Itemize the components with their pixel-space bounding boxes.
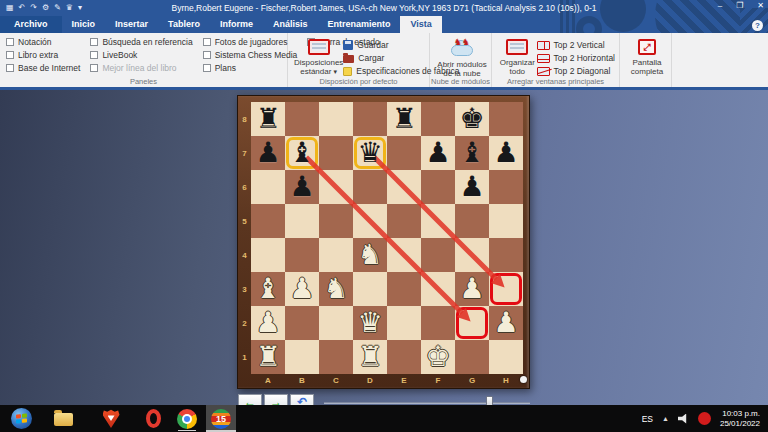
fullscreen-icon: ⤢: [638, 39, 656, 55]
checkbox-icon[interactable]: [6, 38, 14, 46]
save-icon[interactable]: ▦: [6, 3, 14, 13]
square-g1[interactable]: [455, 340, 489, 374]
black-pawn-f7[interactable]: ♟: [421, 136, 455, 170]
square-f7[interactable]: ♟: [421, 136, 455, 170]
square-f8[interactable]: [421, 102, 455, 136]
checkbox-label: Libro extra: [18, 50, 58, 60]
checkbox-label: Plans: [215, 63, 236, 73]
start-button[interactable]: [6, 405, 36, 432]
white-king-f1[interactable]: ♚: [421, 340, 455, 374]
square-e1[interactable]: [387, 340, 421, 374]
tab-informe[interactable]: Informe: [210, 16, 263, 33]
square-d2[interactable]: ♛: [353, 306, 387, 340]
group-label-paneles: Paneles: [0, 77, 287, 86]
file-label-C: C: [319, 376, 353, 385]
button-label: Top 2 Vertical: [554, 40, 605, 50]
highlight-h3: [490, 273, 522, 305]
abrir-modulos-nube-button[interactable]: ♞♞ Abrir módulos de la nube: [436, 37, 488, 78]
square-a3[interactable]: ♝: [251, 272, 285, 306]
square-h7[interactable]: ♟: [489, 136, 523, 170]
group-label-nube: Nube de módulos: [430, 77, 491, 86]
black-bishop-g7[interactable]: ♝: [455, 136, 489, 170]
square-c5[interactable]: [319, 204, 353, 238]
square-d3[interactable]: [353, 272, 387, 306]
square-c7[interactable]: [319, 136, 353, 170]
square-a4[interactable]: [251, 238, 285, 272]
checkbox-fotos-jugadores[interactable]: Fotos de jugadores: [203, 37, 298, 47]
chrome-button[interactable]: [172, 405, 202, 432]
square-c2[interactable]: [319, 306, 353, 340]
square-f4[interactable]: [421, 238, 455, 272]
square-g5[interactable]: [455, 204, 489, 238]
clock[interactable]: 10:03 p.m. 25/01/2022: [720, 409, 760, 429]
group-ventanas: Organizar todo Top 2 Vertical Top 2 Hori…: [492, 33, 620, 87]
file-label-B: B: [285, 376, 319, 385]
white-knight-d4[interactable]: ♞: [353, 238, 387, 272]
group-nube: ♞♞ Abrir módulos de la nube Nube de módu…: [430, 33, 492, 87]
rank-label-7: 7: [238, 149, 251, 158]
square-b8[interactable]: [285, 102, 319, 136]
system-tray: ES ▲ 10:03 p.m. 25/01/2022: [642, 405, 768, 432]
cloud-icon: ♞♞: [447, 39, 477, 57]
checkbox-libro-extra[interactable]: Libro extra: [6, 50, 80, 60]
square-g4[interactable]: [455, 238, 489, 272]
square-e6[interactable]: [387, 170, 421, 204]
square-b5[interactable]: [285, 204, 319, 238]
chess-board: 87654321 ABCDEFGH ♜♜♚♟♝♛♟♝♟♟♟♞♝♟♞♟♟♛♟♜♜♚: [237, 95, 530, 389]
black-pawn-a7[interactable]: ♟: [251, 136, 285, 170]
folder-icon: [54, 413, 73, 426]
square-c6[interactable]: [319, 170, 353, 204]
square-h3[interactable]: [489, 272, 523, 306]
board-panel: 87654321 ABCDEFGH ♜♜♚♟♝♛♟♝♟♟♟♞♝♟♞♟♟♛♟♜♜♚…: [0, 90, 768, 405]
qat-dropdown-icon[interactable]: ▾: [78, 3, 82, 13]
minimize-button[interactable]: –: [718, 1, 722, 10]
square-g8[interactable]: ♚: [455, 102, 489, 136]
checkbox-icon[interactable]: [6, 64, 14, 72]
title-bar: ▦ ↶ ↷ ⚙ ✎ ♛ ▾ Byrne,Robert Eugene - Fisc…: [0, 0, 768, 16]
file-label-G: G: [455, 376, 489, 385]
rank-label-4: 4: [238, 251, 251, 260]
square-h2[interactable]: ♟: [489, 306, 523, 340]
group-label-disposicion: Disposición por defecto: [288, 77, 429, 86]
square-c8[interactable]: [319, 102, 353, 136]
square-f2[interactable]: [421, 306, 455, 340]
tab-archivo[interactable]: Archivo: [0, 16, 62, 33]
organizar-todo-button[interactable]: Organizar todo: [498, 37, 537, 76]
time: 10:03 p.m.: [720, 409, 760, 419]
square-a5[interactable]: [251, 204, 285, 238]
white-pawn-a2[interactable]: ♟: [251, 306, 285, 340]
black-queen-d7[interactable]: ♛: [353, 136, 387, 170]
group-pantalla: ⤢ Pantalla completa: [620, 33, 672, 87]
window-title: Byrne,Robert Eugene - Fischer,Robert Jam…: [0, 3, 768, 13]
board-grid: ♜♜♚♟♝♛♟♝♟♟♟♞♝♟♞♟♟♛♟♜♜♚: [251, 102, 523, 374]
square-f3[interactable]: [421, 272, 455, 306]
tab-analisis[interactable]: Análisis: [263, 16, 318, 33]
ribbon-tabs: Archivo Inicio Insertar Tablero Informe …: [0, 16, 442, 33]
square-b2[interactable]: [285, 306, 319, 340]
square-h4[interactable]: [489, 238, 523, 272]
brave-icon: [103, 409, 120, 428]
square-e2[interactable]: [387, 306, 421, 340]
square-d8[interactable]: [353, 102, 387, 136]
black-bishop-b7[interactable]: ♝: [285, 136, 319, 170]
layout-icon: [308, 39, 330, 55]
square-b6[interactable]: ♟: [285, 170, 319, 204]
help-icon[interactable]: ?: [752, 20, 763, 31]
white-bishop-a3[interactable]: ♝: [251, 272, 285, 306]
button-label: Top 2 Horizontal: [554, 53, 615, 63]
button-label: Pantalla completa: [626, 58, 668, 76]
tab-tablero[interactable]: Tablero: [158, 16, 210, 33]
checkbox-chess-media[interactable]: Sistema Chess Media: [203, 50, 298, 60]
ribbon-spacer: [672, 33, 768, 87]
tab-entrenamiento[interactable]: Entrenamiento: [317, 16, 400, 33]
rank-label-8: 8: [238, 115, 251, 124]
close-button[interactable]: ✕: [757, 1, 764, 10]
white-to-move-indicator: [520, 376, 527, 383]
language-indicator[interactable]: ES: [642, 414, 653, 424]
square-e3[interactable]: [387, 272, 421, 306]
square-c3[interactable]: ♞: [319, 272, 353, 306]
square-a2[interactable]: ♟: [251, 306, 285, 340]
square-e7[interactable]: [387, 136, 421, 170]
file-explorer-button[interactable]: [48, 405, 78, 432]
square-b3[interactable]: ♟: [285, 272, 319, 306]
highlight-g2: [456, 307, 488, 339]
decorative-ring: [576, 16, 602, 33]
top2-vertical-button[interactable]: Top 2 Vertical: [537, 40, 615, 50]
black-king-g8[interactable]: ♚: [455, 102, 489, 136]
button-label: Cargar: [358, 53, 384, 63]
checkbox-label: Sistema Chess Media: [215, 50, 298, 60]
square-g7[interactable]: ♝: [455, 136, 489, 170]
windows-logo-icon: [11, 408, 32, 429]
white-rook-a1[interactable]: ♜: [251, 340, 285, 374]
square-c1[interactable]: [319, 340, 353, 374]
square-b4[interactable]: [285, 238, 319, 272]
square-c4[interactable]: [319, 238, 353, 272]
square-b1[interactable]: [285, 340, 319, 374]
checkbox-label: Mejor línea del libro: [102, 63, 176, 73]
rank-label-6: 6: [238, 183, 251, 192]
button-label: Organizar todo: [498, 58, 537, 76]
volume-icon[interactable]: [678, 414, 689, 424]
checkbox-plans[interactable]: Plans: [203, 63, 298, 73]
split-horizontal-icon: [537, 54, 550, 63]
checkbox-label: Notación: [18, 37, 52, 47]
group-paneles: Notación Libro extra Base de Internet Bú…: [0, 33, 288, 87]
square-h1[interactable]: [489, 340, 523, 374]
checkbox-label: Búsqueda en referencia: [102, 37, 192, 47]
black-pawn-g6[interactable]: ♟: [455, 170, 489, 204]
checkbox-icon[interactable]: [90, 51, 98, 59]
chrome-icon: [177, 409, 197, 429]
group-label-ventanas: Arreglar ventanas principales: [492, 77, 619, 86]
checkbox-busqueda-referencia[interactable]: Búsqueda en referencia: [90, 37, 192, 47]
square-h5[interactable]: [489, 204, 523, 238]
tray-app-icon[interactable]: [698, 412, 711, 425]
black-pawn-b6[interactable]: ♟: [285, 170, 319, 204]
checkbox-mejor-linea: Mejor línea del libro: [90, 63, 192, 73]
ribbon: Notación Libro extra Base de Internet Bú…: [0, 33, 768, 90]
checkbox-label: Fotos de jugadores: [215, 37, 288, 47]
square-a6[interactable]: [251, 170, 285, 204]
square-e8[interactable]: ♜: [387, 102, 421, 136]
white-pawn-b3[interactable]: ♟: [285, 272, 319, 306]
square-g6[interactable]: ♟: [455, 170, 489, 204]
opera-icon: [146, 409, 161, 428]
folder-icon: [343, 55, 354, 63]
taskbar: 15 ES ▲ 10:03 p.m. 25/01/2022: [0, 405, 768, 432]
square-h6[interactable]: [489, 170, 523, 204]
undo-icon[interactable]: ↶: [19, 3, 26, 13]
tab-inicio[interactable]: Inicio: [62, 16, 106, 33]
factory-settings-icon: [343, 67, 352, 76]
square-a1[interactable]: ♜: [251, 340, 285, 374]
opera-button[interactable]: [138, 405, 168, 432]
rank-label-1: 1: [238, 353, 251, 362]
square-d4[interactable]: ♞: [353, 238, 387, 272]
white-rook-d1[interactable]: ♜: [353, 340, 387, 374]
square-f1[interactable]: ♚: [421, 340, 455, 374]
square-f6[interactable]: [421, 170, 455, 204]
file-label-H: H: [489, 376, 523, 385]
square-h8[interactable]: [489, 102, 523, 136]
checkbox-icon[interactable]: [203, 51, 211, 59]
square-g3[interactable]: ♟: [455, 272, 489, 306]
pencil-icon[interactable]: ✎: [54, 3, 61, 13]
checkbox-label: Base de Internet: [18, 63, 80, 73]
quick-access-toolbar: ▦ ↶ ↷ ⚙ ✎ ♛ ▾: [6, 3, 82, 13]
black-pawn-h7[interactable]: ♟: [489, 136, 523, 170]
rank-label-5: 5: [238, 217, 251, 226]
desktop: ▦ ↶ ↷ ⚙ ✎ ♛ ▾ Byrne,Robert Eugene - Fisc…: [0, 0, 768, 432]
file-label-A: A: [251, 376, 285, 385]
square-a7[interactable]: ♟: [251, 136, 285, 170]
square-d1[interactable]: ♜: [353, 340, 387, 374]
chess-piece-icon[interactable]: ♛: [66, 3, 73, 13]
tab-insertar[interactable]: Insertar: [105, 16, 158, 33]
rank-label-2: 2: [238, 319, 251, 328]
chevron-down-icon: ▾: [334, 68, 338, 75]
square-d7[interactable]: ♛: [353, 136, 387, 170]
checkbox-icon[interactable]: [203, 64, 211, 72]
redo-icon[interactable]: ↷: [30, 3, 37, 13]
square-g2[interactable]: [455, 306, 489, 340]
checkbox-notacion[interactable]: Notación: [6, 37, 80, 47]
square-d6[interactable]: [353, 170, 387, 204]
black-rook-e8[interactable]: ♜: [387, 102, 421, 136]
checkbox-icon[interactable]: [203, 38, 211, 46]
button-label: Top 2 Diagonal: [554, 66, 611, 76]
slider-track[interactable]: [324, 402, 530, 404]
rank-label-3: 3: [238, 285, 251, 294]
checkbox-label: LiveBook: [102, 50, 137, 60]
chessbase-15-icon: 15: [211, 409, 231, 429]
checkbox-icon[interactable]: [90, 38, 98, 46]
group-disposicion: Disposiciones estándar ▾ Guardar Cargar …: [288, 33, 430, 87]
white-queen-d2[interactable]: ♛: [353, 306, 387, 340]
black-rook-a8[interactable]: ♜: [251, 102, 285, 136]
square-e4[interactable]: [387, 238, 421, 272]
checkbox-icon: [90, 64, 98, 72]
square-b7[interactable]: ♝: [285, 136, 319, 170]
date: 25/01/2022: [720, 419, 760, 429]
top2-horizontal-button[interactable]: Top 2 Horizontal: [537, 53, 615, 63]
white-knight-c3[interactable]: ♞: [319, 272, 353, 306]
open-app-underline: [178, 430, 196, 431]
gear-icon[interactable]: ⚙: [42, 3, 49, 13]
disposiciones-estandar-button[interactable]: Disposiciones estándar ▾: [294, 37, 343, 76]
square-e5[interactable]: [387, 204, 421, 238]
checkbox-base-internet[interactable]: Base de Internet: [6, 63, 80, 73]
save-icon: [343, 40, 353, 50]
file-label-F: F: [421, 376, 455, 385]
windows-icon: [506, 39, 528, 55]
tab-vista[interactable]: Vista: [400, 16, 441, 33]
split-vertical-icon: [537, 41, 550, 50]
square-d5[interactable]: [353, 204, 387, 238]
file-label-D: D: [353, 376, 387, 385]
white-pawn-h2[interactable]: ♟: [489, 306, 523, 340]
top2-diagonal-button[interactable]: Top 2 Diagonal: [537, 66, 615, 76]
restore-button[interactable]: ❐: [736, 1, 743, 10]
square-f5[interactable]: [421, 204, 455, 238]
file-label-E: E: [387, 376, 421, 385]
chessbase-15-button[interactable]: 15: [206, 405, 236, 432]
button-label: Abrir módulos de la nube: [436, 60, 488, 78]
split-diagonal-icon: [537, 67, 550, 76]
brave-button[interactable]: [96, 405, 126, 432]
app-header: ▦ ↶ ↷ ⚙ ✎ ♛ ▾ Byrne,Robert Eugene - Fisc…: [0, 0, 768, 33]
hidden-icons-button[interactable]: ▲: [662, 415, 669, 422]
square-a8[interactable]: ♜: [251, 102, 285, 136]
white-pawn-g3[interactable]: ♟: [455, 272, 489, 306]
button-label: Guardar: [357, 40, 388, 50]
pantalla-completa-button[interactable]: ⤢ Pantalla completa: [626, 37, 668, 76]
checkbox-livebook[interactable]: LiveBook: [90, 50, 192, 60]
checkbox-icon[interactable]: [6, 51, 14, 59]
